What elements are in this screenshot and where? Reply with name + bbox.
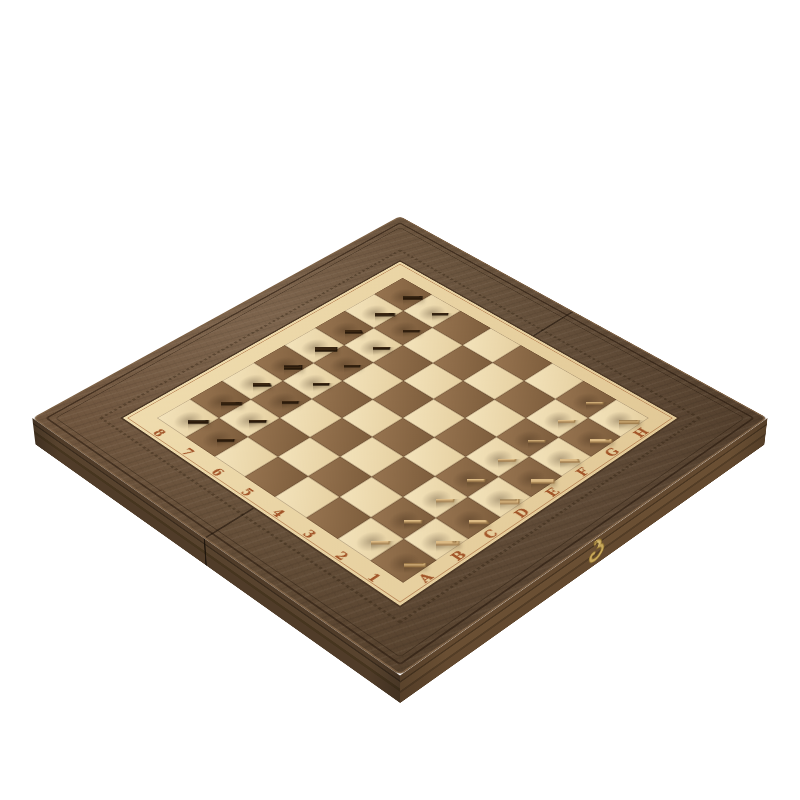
- rank-label-2: 2: [316, 539, 367, 573]
- file-label-f: F: [559, 457, 607, 488]
- file-label-g: G: [588, 437, 636, 467]
- square-d2: [435, 457, 498, 497]
- piece-shadows: [32, 216, 767, 675]
- square-a3: [306, 497, 371, 539]
- square-a7: [185, 418, 247, 457]
- square-a5: [244, 457, 307, 497]
- square-b3: [339, 477, 403, 518]
- rank-label-5: 5: [223, 477, 272, 509]
- square-e2: [466, 437, 529, 476]
- square-a1: [370, 539, 436, 583]
- rank-label-7: 7: [164, 437, 212, 467]
- square-b1: [403, 518, 468, 561]
- square-g1: [558, 418, 620, 457]
- file-label-b: B: [433, 539, 484, 573]
- file-label-a: A: [400, 561, 452, 596]
- square-d3: [403, 437, 466, 476]
- square-c2: [403, 477, 467, 518]
- folding-chess-board: 87654321ABCDEFGH ♜♞♝♛♚♝♞♜♟♟♟♟♟♟♟♟♟♟♟♟♟♟♟…: [32, 216, 767, 675]
- square-b2: [371, 497, 436, 539]
- fold-seam-left: [205, 508, 254, 538]
- rank-label-6: 6: [193, 457, 241, 488]
- rank-label-3: 3: [284, 518, 334, 551]
- file-label-c: C: [465, 518, 515, 551]
- square-d1: [467, 477, 531, 518]
- fold-seam-side: [204, 538, 207, 566]
- file-label-e: E: [528, 477, 577, 509]
- square-e1: [498, 457, 561, 497]
- square-e3: [434, 418, 496, 457]
- rank-label-1: 1: [348, 561, 400, 596]
- board-surface: 87654321ABCDEFGH: [32, 216, 767, 675]
- square-a4: [275, 477, 339, 518]
- square-c4: [340, 437, 403, 476]
- rank-label-4: 4: [253, 497, 303, 529]
- square-b6: [247, 418, 309, 457]
- square-f1: [528, 437, 591, 476]
- square-b4: [308, 457, 371, 497]
- file-label-d: D: [497, 497, 547, 529]
- square-d4: [372, 418, 434, 457]
- square-b5: [277, 437, 340, 476]
- square-c3: [371, 457, 434, 497]
- file-label-h: H: [618, 418, 665, 448]
- square-a6: [215, 437, 278, 476]
- square-a2: [338, 518, 403, 561]
- chess-set-photo: 87654321ABCDEFGH ♜♞♝♛♚♝♞♜♟♟♟♟♟♟♟♟♟♟♟♟♟♟♟…: [0, 0, 800, 800]
- rank-label-8: 8: [135, 418, 182, 448]
- square-f2: [496, 418, 558, 457]
- square-c5: [310, 418, 372, 457]
- square-c1: [435, 497, 500, 539]
